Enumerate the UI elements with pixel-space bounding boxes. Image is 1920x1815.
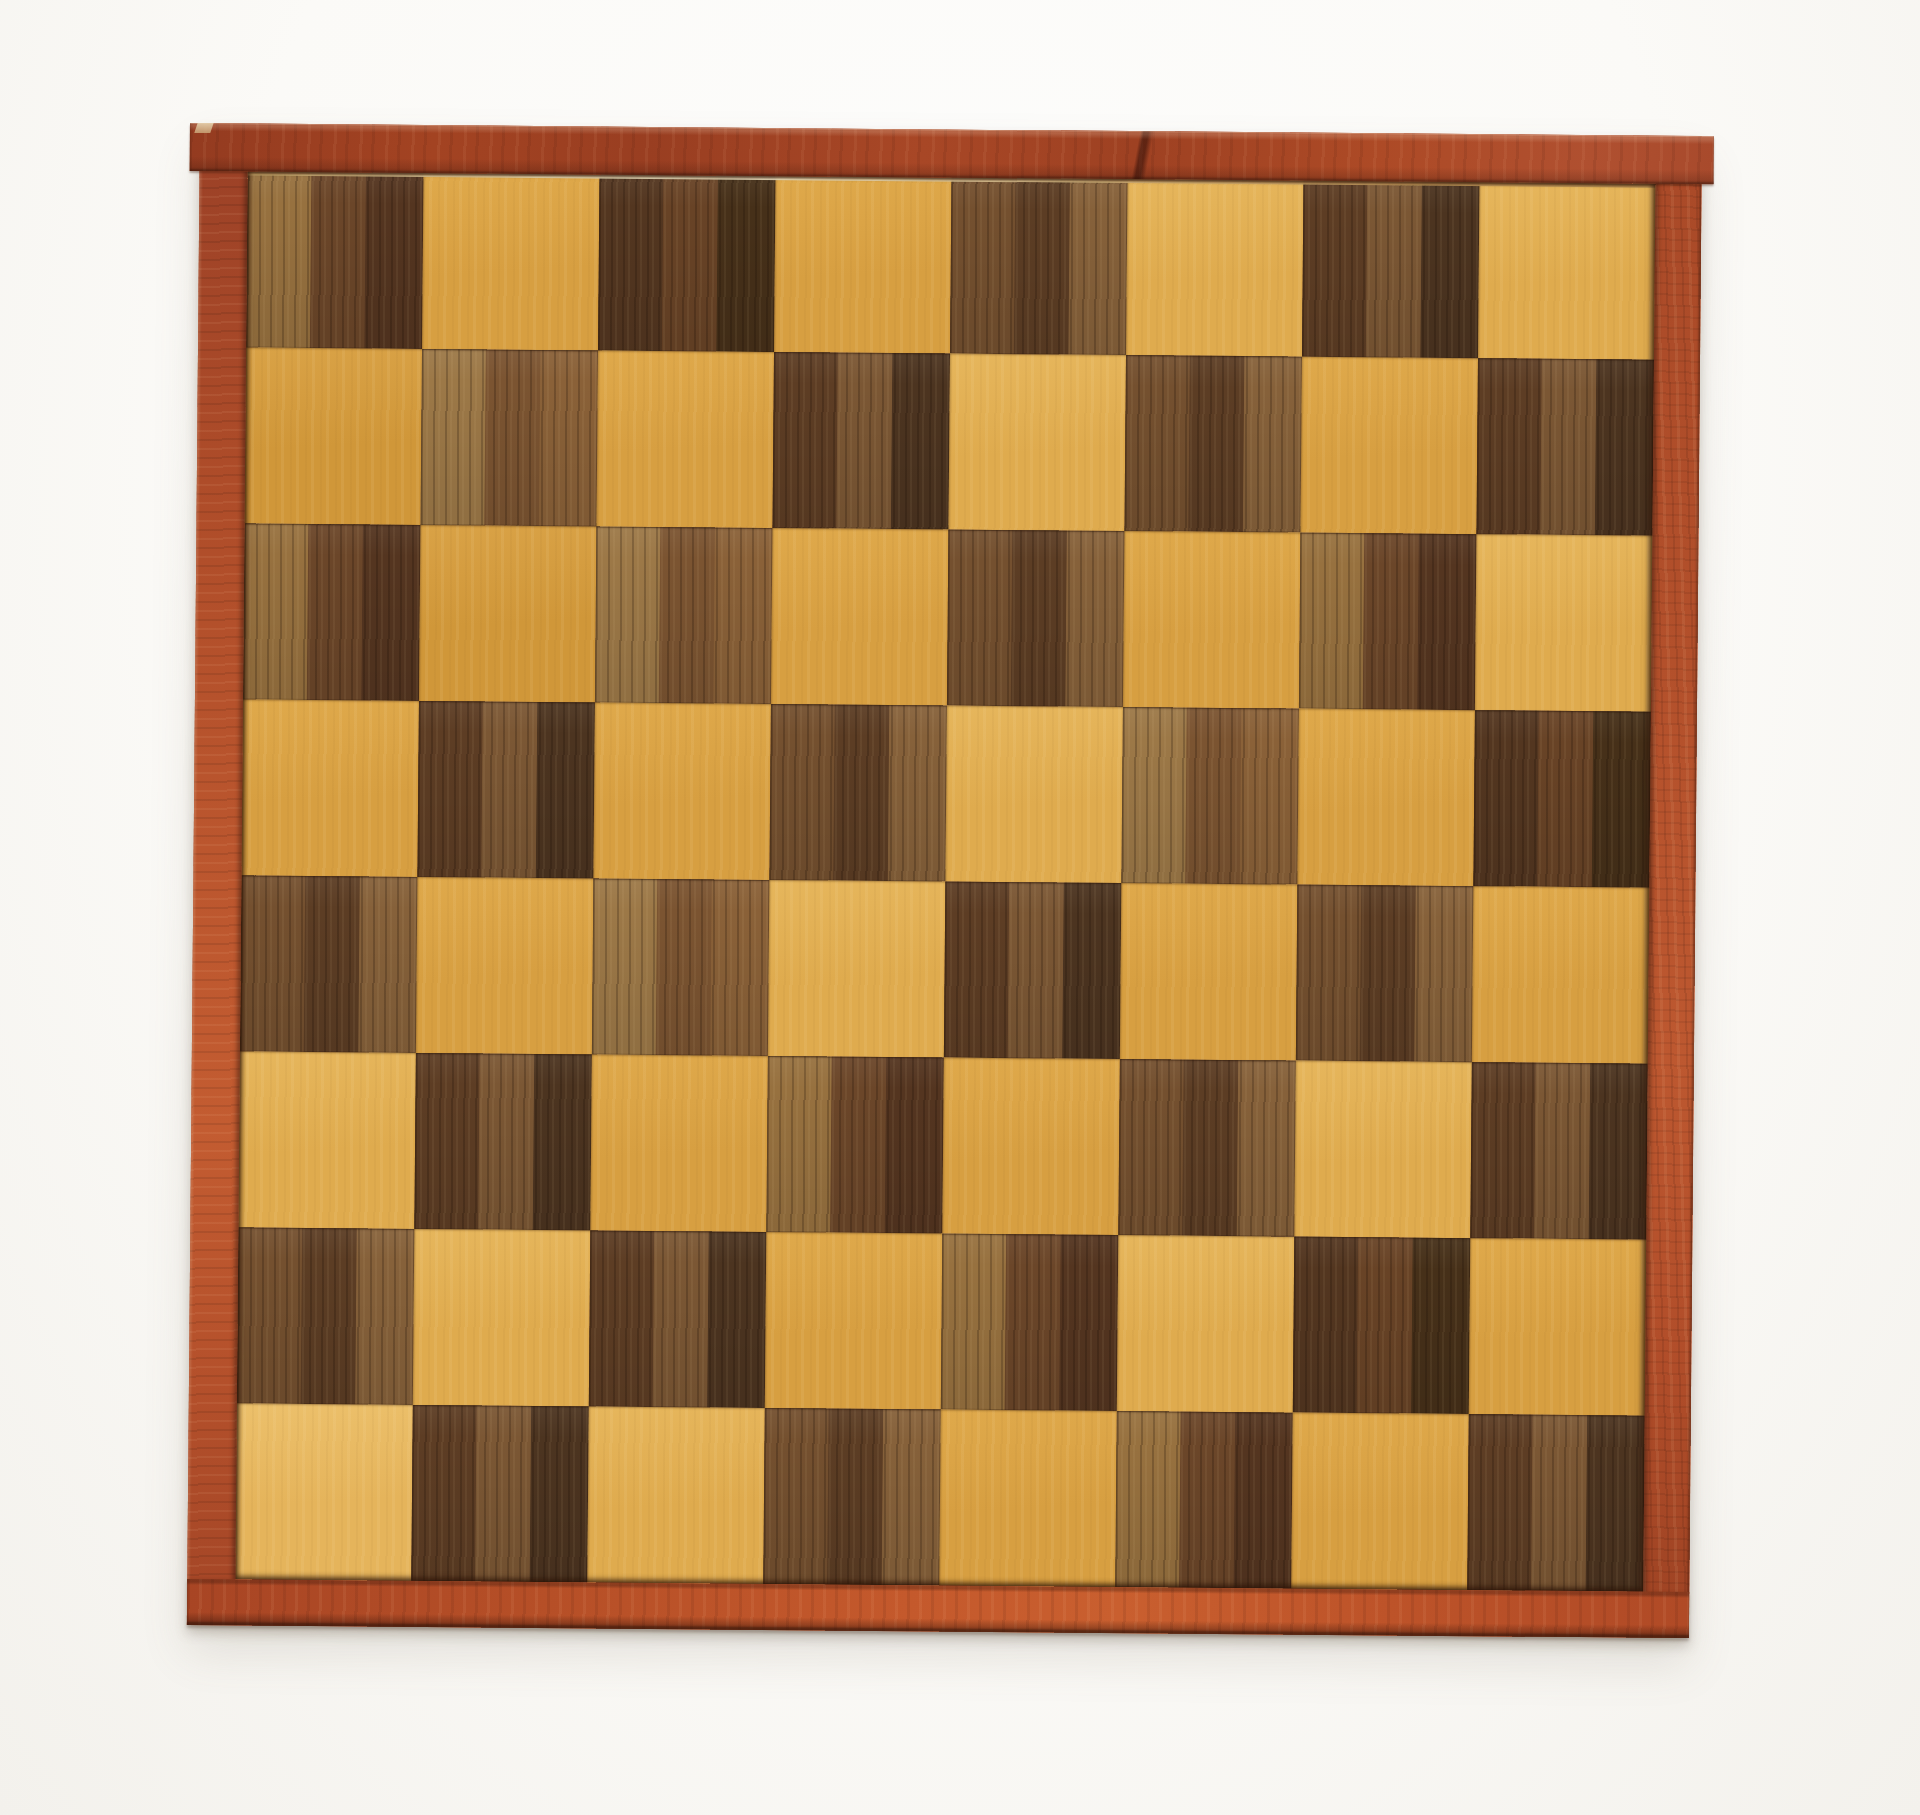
square-d3-dark: [766, 1056, 944, 1234]
square-c1-light: [587, 1406, 765, 1584]
square-d7-dark: [772, 352, 950, 530]
square-c4-dark: [592, 878, 770, 1056]
square-c7-light: [596, 350, 774, 528]
square-f5-dark: [1121, 707, 1299, 885]
square-h2-light: [1469, 1238, 1647, 1416]
square-g2-dark: [1293, 1237, 1471, 1415]
square-a8-dark: [246, 171, 424, 349]
square-b5-dark: [417, 701, 595, 879]
square-e6-dark: [947, 530, 1125, 708]
checkerboard-grid: [235, 171, 1655, 1591]
square-e1-light: [939, 1410, 1117, 1588]
square-d6-light: [771, 528, 949, 706]
square-h5-dark: [1473, 710, 1651, 888]
square-h1-dark: [1467, 1414, 1645, 1592]
square-f2-light: [1117, 1235, 1295, 1413]
square-f6-light: [1123, 531, 1301, 709]
square-b1-dark: [411, 1405, 589, 1583]
square-h4-light: [1472, 886, 1650, 1064]
square-g6-dark: [1299, 533, 1477, 711]
square-g3-light: [1294, 1061, 1472, 1239]
square-f1-dark: [1115, 1411, 1293, 1589]
square-a1-light: [235, 1403, 413, 1581]
square-h6-light: [1475, 534, 1653, 712]
square-c5-light: [593, 702, 771, 880]
square-d5-dark: [769, 704, 947, 882]
square-g5-light: [1297, 709, 1475, 887]
square-b3-dark: [414, 1053, 592, 1231]
square-a2-dark: [237, 1227, 415, 1405]
square-a5-light: [241, 699, 419, 877]
chessboard: [187, 123, 1702, 1638]
square-f7-dark: [1124, 355, 1302, 533]
square-f4-light: [1120, 883, 1298, 1061]
square-d4-light: [768, 880, 946, 1058]
square-a4-dark: [240, 875, 418, 1053]
square-a7-light: [245, 347, 423, 525]
square-f8-light: [1126, 179, 1304, 357]
square-d8-light: [774, 176, 952, 354]
square-b7-dark: [421, 349, 599, 527]
photo-background: [0, 0, 1920, 1815]
square-b6-light: [419, 525, 597, 703]
square-b4-light: [416, 877, 594, 1055]
square-a3-light: [238, 1051, 416, 1229]
square-g7-light: [1300, 357, 1478, 535]
square-e3-light: [942, 1058, 1120, 1236]
square-a6-dark: [243, 523, 421, 701]
square-b2-light: [413, 1229, 591, 1407]
square-e4-dark: [944, 882, 1122, 1060]
square-b8-light: [422, 173, 600, 351]
square-h7-dark: [1476, 358, 1654, 536]
square-h3-dark: [1470, 1062, 1648, 1240]
square-g1-light: [1291, 1413, 1469, 1591]
square-e7-light: [948, 354, 1126, 532]
square-c2-dark: [589, 1230, 767, 1408]
square-e2-dark: [941, 1234, 1119, 1412]
checkerboard-panel: [235, 171, 1655, 1591]
square-c3-light: [590, 1054, 768, 1232]
square-e8-dark: [950, 178, 1128, 356]
square-d2-light: [765, 1232, 943, 1410]
square-c6-dark: [595, 526, 773, 704]
square-d1-dark: [763, 1408, 941, 1586]
square-g4-dark: [1296, 885, 1474, 1063]
square-h8-light: [1478, 182, 1656, 360]
square-g8-dark: [1302, 181, 1480, 359]
square-c8-dark: [598, 174, 776, 352]
square-e5-light: [945, 706, 1123, 884]
square-f3-dark: [1118, 1059, 1296, 1237]
